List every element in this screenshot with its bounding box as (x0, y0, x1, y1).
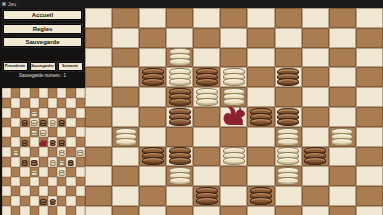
minimap-square (20, 147, 29, 157)
square[interactable] (166, 87, 193, 107)
square[interactable] (275, 107, 302, 127)
square[interactable] (329, 67, 356, 87)
square[interactable] (139, 107, 166, 127)
minimap-square (2, 206, 11, 215)
minimap-square (30, 137, 39, 147)
minimap-square (30, 196, 39, 206)
square[interactable] (193, 48, 220, 68)
square[interactable] (139, 166, 166, 186)
square[interactable] (166, 147, 193, 167)
minimap-square (66, 137, 75, 147)
minimap-square (20, 206, 29, 215)
square[interactable] (329, 8, 356, 28)
minimap-square (30, 88, 39, 98)
minimap-square (39, 196, 48, 206)
minimap-square (57, 147, 66, 157)
square[interactable] (193, 28, 220, 48)
piece-cream-stack[interactable] (331, 128, 353, 146)
piece-cream-stack[interactable] (277, 167, 299, 185)
square[interactable] (247, 48, 274, 68)
square[interactable] (302, 48, 329, 68)
piece-brown-stack[interactable] (277, 68, 299, 86)
square[interactable] (247, 147, 274, 167)
piece-brown-stack[interactable] (169, 88, 191, 106)
minimap-square (48, 98, 57, 108)
square[interactable] (356, 206, 383, 215)
minimap-square (20, 167, 29, 177)
square[interactable] (112, 87, 139, 107)
square[interactable] (112, 67, 139, 87)
square[interactable] (247, 107, 274, 127)
minimap-square (20, 98, 29, 108)
square[interactable] (193, 8, 220, 28)
minimap-square (20, 157, 29, 167)
piece-brown-stack[interactable] (169, 108, 191, 126)
minimap-square (11, 98, 20, 108)
square[interactable] (193, 87, 220, 107)
piece-cream-stack[interactable] (169, 48, 191, 66)
square[interactable] (85, 48, 112, 68)
piece-cream-stack (31, 171, 38, 176)
minimap-square (76, 186, 85, 196)
minimap-square (2, 157, 11, 167)
square[interactable] (85, 67, 112, 87)
square[interactable] (302, 8, 329, 28)
minimap-square (76, 167, 85, 177)
square[interactable] (275, 28, 302, 48)
square[interactable] (356, 186, 383, 206)
square[interactable] (302, 127, 329, 147)
square[interactable] (302, 87, 329, 107)
square[interactable] (85, 166, 112, 186)
minimap-square (39, 167, 48, 177)
minimap-square (48, 157, 57, 167)
square[interactable] (139, 8, 166, 28)
minimap-square (76, 177, 85, 187)
piece-cream-stack (31, 112, 38, 117)
square[interactable] (220, 107, 247, 127)
square[interactable] (329, 186, 356, 206)
minimap-square (30, 147, 39, 157)
square[interactable] (329, 206, 356, 215)
minimap-square (66, 186, 75, 196)
square[interactable] (302, 107, 329, 127)
piece-brown-stack[interactable] (250, 108, 272, 126)
sidebar: Accueil Regles Sauvegarde Precedente Sau… (0, 8, 85, 215)
square[interactable] (275, 206, 302, 215)
game-window: Jeu Accueil Regles Sauvegarde Precedente… (0, 0, 383, 215)
square[interactable] (166, 67, 193, 87)
rules-button[interactable]: Regles (3, 24, 82, 34)
minimap-square (11, 177, 20, 187)
square[interactable] (356, 8, 383, 28)
square[interactable] (85, 28, 112, 48)
square[interactable] (329, 127, 356, 147)
square[interactable] (166, 206, 193, 215)
minimap-square (20, 108, 29, 118)
square[interactable] (247, 166, 274, 186)
square[interactable] (247, 28, 274, 48)
piece-brown-stack (58, 141, 65, 146)
square[interactable] (85, 107, 112, 127)
square[interactable] (356, 166, 383, 186)
square[interactable] (193, 67, 220, 87)
minimap-square (48, 177, 57, 187)
window-title: Jeu (8, 2, 16, 7)
square[interactable] (85, 87, 112, 107)
minimap-square (48, 206, 57, 215)
square[interactable] (220, 8, 247, 28)
piece-cream-stack (58, 151, 65, 156)
square[interactable] (220, 127, 247, 147)
piece-cream-stack (77, 151, 84, 156)
save-button[interactable]: Sauvegarder (30, 62, 56, 71)
minimap-square (57, 88, 66, 98)
square[interactable] (275, 67, 302, 87)
piece-cream-stack[interactable] (115, 128, 137, 146)
minimap-square (2, 127, 11, 137)
square[interactable] (85, 8, 112, 28)
square[interactable] (329, 48, 356, 68)
minimap-square (2, 98, 11, 108)
minimap-square (66, 157, 75, 167)
square[interactable] (112, 166, 139, 186)
square[interactable] (275, 186, 302, 206)
minimap-square (39, 88, 48, 98)
minimap-square (2, 177, 11, 187)
minimap-square (2, 118, 11, 128)
minimap-square (57, 137, 66, 147)
next-save-button[interactable]: Suivante (58, 62, 83, 71)
minimap-square (20, 137, 29, 147)
square[interactable] (85, 127, 112, 147)
square[interactable] (220, 206, 247, 215)
square[interactable] (247, 67, 274, 87)
piece-brown-stack[interactable] (304, 147, 326, 165)
minimap-square (76, 127, 85, 137)
square[interactable] (112, 107, 139, 127)
minimap-square (39, 98, 48, 108)
minimap-square (11, 157, 20, 167)
square[interactable] (329, 147, 356, 167)
minimap-square (39, 206, 48, 215)
minimap-square (48, 127, 57, 137)
minimap-square (57, 167, 66, 177)
piece-cream-stack[interactable] (169, 68, 191, 86)
square[interactable] (85, 186, 112, 206)
minimap-square (11, 196, 20, 206)
title-bar: Jeu (0, 0, 383, 8)
minimap-square (11, 108, 20, 118)
square[interactable] (275, 127, 302, 147)
minimap-square (11, 118, 20, 128)
square[interactable] (356, 67, 383, 87)
minimap-square (66, 118, 75, 128)
minimap-square (30, 127, 39, 137)
square[interactable] (220, 147, 247, 167)
previous-save-button[interactable]: Precedente (3, 62, 28, 71)
minimap-square (66, 167, 75, 177)
minimap-square (2, 88, 11, 98)
minimap-square (30, 186, 39, 196)
minimap-square (30, 118, 39, 128)
square[interactable] (247, 206, 274, 215)
piece-brown-stack[interactable] (169, 147, 191, 165)
square[interactable] (275, 87, 302, 107)
minimap-square (66, 127, 75, 137)
home-button[interactable]: Accueil (3, 10, 82, 20)
minimap-square (11, 186, 20, 196)
save-number-status: Sauvegarde numero : 1 (0, 73, 85, 78)
minimap-square (39, 118, 48, 128)
square[interactable] (166, 127, 193, 147)
minimap-square (20, 177, 29, 187)
square[interactable] (247, 127, 274, 147)
minimap-square (57, 177, 66, 187)
square[interactable] (356, 127, 383, 147)
piece-brown-stack (58, 121, 65, 126)
square[interactable] (139, 67, 166, 87)
square[interactable] (356, 147, 383, 167)
square[interactable] (302, 166, 329, 186)
square[interactable] (329, 107, 356, 127)
minimap-square (76, 137, 85, 147)
piece-brown-stack (40, 121, 47, 126)
piece-cream-stack (58, 171, 65, 176)
square[interactable] (302, 28, 329, 48)
square[interactable] (220, 28, 247, 48)
square[interactable] (329, 166, 356, 186)
square[interactable] (166, 166, 193, 186)
square[interactable] (275, 166, 302, 186)
minimap-square (39, 186, 48, 196)
minimap-square (11, 137, 20, 147)
square[interactable] (166, 107, 193, 127)
square[interactable] (302, 186, 329, 206)
minimap-square (76, 98, 85, 108)
square[interactable] (139, 87, 166, 107)
minimap-square (57, 118, 66, 128)
piece-cream-stack[interactable] (169, 167, 191, 185)
square[interactable] (220, 166, 247, 186)
minimap-square (57, 127, 66, 137)
square[interactable] (302, 147, 329, 167)
square[interactable] (139, 127, 166, 147)
piece-brown-stack (40, 200, 47, 205)
piece-brown-stack[interactable] (277, 108, 299, 126)
square[interactable] (220, 186, 247, 206)
minimap-square (11, 206, 20, 215)
minimap-square (20, 118, 29, 128)
piece-cream-stack (13, 151, 20, 156)
square[interactable] (139, 147, 166, 167)
minimap-square (39, 127, 48, 137)
minimap-square (30, 108, 39, 118)
minimap-square (11, 167, 20, 177)
minimap-square (30, 157, 39, 167)
square[interactable] (193, 166, 220, 186)
square[interactable] (112, 206, 139, 215)
square[interactable] (329, 87, 356, 107)
minimap-square (39, 177, 48, 187)
piece-brown-stack (31, 161, 38, 166)
minimap-square (11, 147, 20, 157)
square[interactable] (247, 186, 274, 206)
square[interactable] (302, 67, 329, 87)
minimap-square (76, 157, 85, 167)
minimap-square (20, 88, 29, 98)
square[interactable] (193, 147, 220, 167)
piece-cream-stack[interactable] (277, 128, 299, 146)
square[interactable] (112, 28, 139, 48)
save-menu-button[interactable]: Sauvegarde (3, 37, 82, 47)
minimap-square (48, 167, 57, 177)
piece-cream-stack (49, 121, 56, 126)
minimap-square (48, 147, 57, 157)
square[interactable] (329, 28, 356, 48)
square[interactable] (139, 48, 166, 68)
piece-cream-stack[interactable] (223, 68, 245, 86)
minimap-square (76, 118, 85, 128)
piece-brown-stack[interactable] (196, 187, 218, 205)
minimap-square (57, 157, 66, 167)
square[interactable] (112, 186, 139, 206)
minimap-square (11, 127, 20, 137)
minimap-square (39, 157, 48, 167)
minimap-square (48, 137, 57, 147)
square[interactable] (85, 147, 112, 167)
square[interactable] (193, 127, 220, 147)
piece-brown-stack (68, 161, 75, 166)
minimap-square (48, 118, 57, 128)
minimap-square (30, 177, 39, 187)
minimap-square (66, 206, 75, 215)
piece-cream-stack (49, 161, 56, 166)
square[interactable] (356, 48, 383, 68)
minimap-board (2, 88, 85, 215)
minimap-square (57, 108, 66, 118)
square[interactable] (302, 206, 329, 215)
minimap-square (76, 196, 85, 206)
square[interactable] (85, 206, 112, 215)
square[interactable] (193, 206, 220, 215)
piece-brown-stack[interactable] (142, 147, 164, 165)
piece-red-squirrel (39, 138, 48, 147)
minimap-square (20, 196, 29, 206)
piece-brown-stack[interactable] (142, 68, 164, 86)
minimap-square (30, 206, 39, 215)
square[interactable] (139, 186, 166, 206)
minimap-square (2, 137, 11, 147)
minimap-square (11, 88, 20, 98)
minimap-square (66, 98, 75, 108)
piece-brown-stack[interactable] (196, 68, 218, 86)
piece-red-squirrel[interactable] (221, 103, 247, 127)
piece-cream-stack (58, 161, 65, 166)
minimap-square (57, 196, 66, 206)
minimap-square (48, 108, 57, 118)
minimap-square (39, 108, 48, 118)
piece-brown-stack[interactable] (250, 187, 272, 205)
minimap-square (2, 196, 11, 206)
square[interactable] (193, 107, 220, 127)
square[interactable] (166, 48, 193, 68)
square[interactable] (220, 48, 247, 68)
minimap-square (66, 88, 75, 98)
minimap-square (76, 206, 85, 215)
square[interactable] (275, 48, 302, 68)
minimap-square (30, 167, 39, 177)
square[interactable] (112, 147, 139, 167)
minimap-square (48, 196, 57, 206)
piece-cream-stack (31, 131, 38, 136)
square[interactable] (112, 8, 139, 28)
piece-brown-stack (22, 141, 29, 146)
square[interactable] (193, 186, 220, 206)
square[interactable] (220, 67, 247, 87)
minimap-square (48, 88, 57, 98)
piece-cream-stack[interactable] (196, 88, 218, 106)
minimap-square (2, 186, 11, 196)
minimap-square (66, 177, 75, 187)
minimap-square (57, 186, 66, 196)
piece-brown-stack (49, 141, 56, 146)
square[interactable] (139, 206, 166, 215)
piece-brown-stack (22, 161, 29, 166)
minimap-square (2, 147, 11, 157)
piece-cream-stack[interactable] (223, 147, 245, 165)
main-board (85, 8, 383, 215)
minimap-square (30, 98, 39, 108)
piece-brown-stack (49, 200, 56, 205)
minimap-square (2, 167, 11, 177)
square[interactable] (247, 8, 274, 28)
square[interactable] (247, 87, 274, 107)
minimap-square (2, 108, 11, 118)
square[interactable] (356, 28, 383, 48)
minimap-square (20, 186, 29, 196)
minimap-square (76, 88, 85, 98)
minimap-square (20, 127, 29, 137)
minimap-square (66, 147, 75, 157)
minimap-square (76, 147, 85, 157)
piece-cream-stack (40, 131, 47, 136)
minimap-square (76, 108, 85, 118)
minimap-square (66, 108, 75, 118)
minimap-square (57, 206, 66, 215)
square[interactable] (112, 127, 139, 147)
minimap-square (39, 147, 48, 157)
square[interactable] (275, 8, 302, 28)
minimap-square (48, 186, 57, 196)
piece-brown-stack (22, 121, 29, 126)
minimap-square (39, 137, 48, 147)
square[interactable] (356, 87, 383, 107)
square[interactable] (166, 8, 193, 28)
piece-cream-stack[interactable] (277, 147, 299, 165)
square[interactable] (275, 147, 302, 167)
window-icon (2, 2, 6, 6)
square[interactable] (139, 28, 166, 48)
piece-cream-stack (31, 121, 38, 126)
square[interactable] (166, 186, 193, 206)
square[interactable] (166, 28, 193, 48)
square[interactable] (112, 48, 139, 68)
square[interactable] (356, 107, 383, 127)
minimap-square (57, 98, 66, 108)
minimap-square (66, 196, 75, 206)
